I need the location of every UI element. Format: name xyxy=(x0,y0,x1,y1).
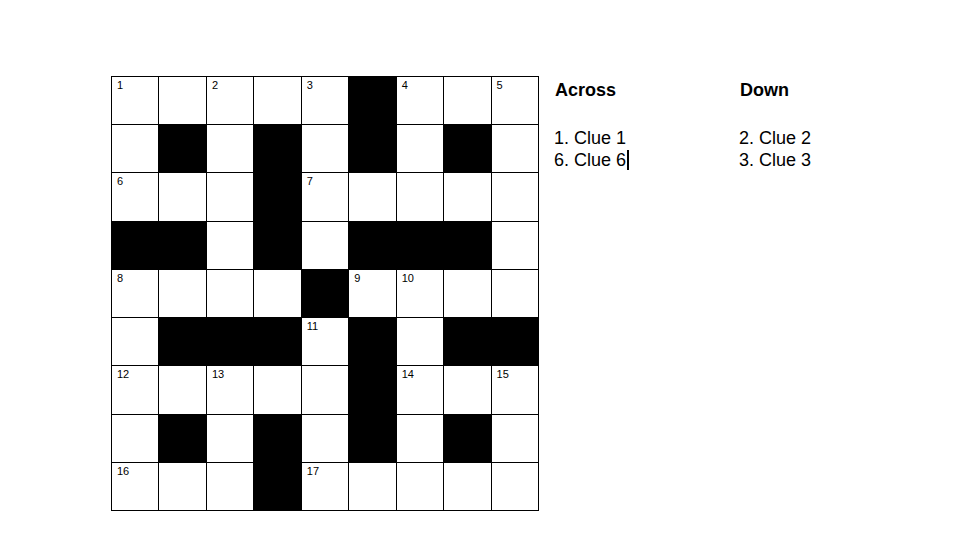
cell-r2c8[interactable] xyxy=(444,125,490,172)
cell-r5c7[interactable]: 10 xyxy=(397,270,443,317)
across-clue-1-text: 1. Clue 1 xyxy=(554,128,626,148)
cell-r9c6[interactable] xyxy=(349,463,395,510)
cell-r1c4[interactable] xyxy=(254,77,300,124)
cell-r5c9[interactable] xyxy=(492,270,538,317)
cell-r9c3[interactable] xyxy=(207,463,253,510)
cell-r3c4[interactable] xyxy=(254,173,300,220)
clue-number-16: 16 xyxy=(117,465,129,478)
down-clue-2-text: 2. Clue 2 xyxy=(739,128,811,148)
cell-r3c8[interactable] xyxy=(444,173,490,220)
cell-r8c6[interactable] xyxy=(349,415,395,462)
cell-r7c5[interactable] xyxy=(302,366,348,413)
cell-r3c2[interactable] xyxy=(159,173,205,220)
cell-r8c4[interactable] xyxy=(254,415,300,462)
across-clue-1[interactable]: 1. Clue 1 xyxy=(554,127,629,149)
cell-r8c7[interactable] xyxy=(397,415,443,462)
across-clue-list: 1. Clue 1 6. Clue 6 xyxy=(554,127,629,171)
cell-r8c8[interactable] xyxy=(444,415,490,462)
cell-r1c6[interactable] xyxy=(349,77,395,124)
cell-r1c1[interactable]: 1 xyxy=(112,77,158,124)
cell-r6c1[interactable] xyxy=(112,318,158,365)
cell-r4c8[interactable] xyxy=(444,222,490,269)
cell-r8c1[interactable] xyxy=(112,415,158,462)
cell-r6c7[interactable] xyxy=(397,318,443,365)
cell-r4c4[interactable] xyxy=(254,222,300,269)
clue-number-2: 2 xyxy=(212,79,218,92)
cell-r4c3[interactable] xyxy=(207,222,253,269)
cell-r9c8[interactable] xyxy=(444,463,490,510)
cell-r5c5[interactable] xyxy=(302,270,348,317)
cell-r4c7[interactable] xyxy=(397,222,443,269)
cell-r4c2[interactable] xyxy=(159,222,205,269)
text-cursor xyxy=(627,150,629,170)
across-clue-6[interactable]: 6. Clue 6 xyxy=(554,149,629,171)
cell-r3c7[interactable] xyxy=(397,173,443,220)
cell-r7c1[interactable]: 12 xyxy=(112,366,158,413)
cell-r6c6[interactable] xyxy=(349,318,395,365)
clue-number-1: 1 xyxy=(117,79,123,92)
cell-r1c5[interactable]: 3 xyxy=(302,77,348,124)
cell-r3c9[interactable] xyxy=(492,173,538,220)
clue-number-5: 5 xyxy=(497,79,503,92)
cell-r4c5[interactable] xyxy=(302,222,348,269)
across-header: Across xyxy=(555,80,616,101)
clue-number-4: 4 xyxy=(402,79,408,92)
across-clue-6-text: 6. Clue 6 xyxy=(554,150,626,170)
cell-r9c1[interactable]: 16 xyxy=(112,463,158,510)
cell-r4c6[interactable] xyxy=(349,222,395,269)
cell-r1c7[interactable]: 4 xyxy=(397,77,443,124)
cell-r9c2[interactable] xyxy=(159,463,205,510)
cell-r8c3[interactable] xyxy=(207,415,253,462)
cell-r1c3[interactable]: 2 xyxy=(207,77,253,124)
cell-r4c1[interactable] xyxy=(112,222,158,269)
clue-number-14: 14 xyxy=(402,368,414,381)
clue-number-7: 7 xyxy=(307,175,313,188)
clue-number-12: 12 xyxy=(117,368,129,381)
clue-number-15: 15 xyxy=(497,368,509,381)
cell-r7c9[interactable]: 15 xyxy=(492,366,538,413)
clue-number-3: 3 xyxy=(307,79,313,92)
cell-r5c8[interactable] xyxy=(444,270,490,317)
cell-r5c4[interactable] xyxy=(254,270,300,317)
cell-r3c1[interactable]: 6 xyxy=(112,173,158,220)
cell-r9c7[interactable] xyxy=(397,463,443,510)
cell-r6c8[interactable] xyxy=(444,318,490,365)
cell-r9c9[interactable] xyxy=(492,463,538,510)
cell-r5c3[interactable] xyxy=(207,270,253,317)
cell-r2c4[interactable] xyxy=(254,125,300,172)
clue-number-17: 17 xyxy=(307,465,319,478)
cell-r4c9[interactable] xyxy=(492,222,538,269)
cell-r8c5[interactable] xyxy=(302,415,348,462)
cell-r7c8[interactable] xyxy=(444,366,490,413)
clue-number-6: 6 xyxy=(117,175,123,188)
clue-number-8: 8 xyxy=(117,272,123,285)
cell-r6c5[interactable]: 11 xyxy=(302,318,348,365)
cell-r2c3[interactable] xyxy=(207,125,253,172)
clue-number-11: 11 xyxy=(307,320,318,333)
cell-r5c6[interactable]: 9 xyxy=(349,270,395,317)
slide-canvas: 1234567891011121314151617 Across Down 1.… xyxy=(0,0,972,547)
cell-r5c1[interactable]: 8 xyxy=(112,270,158,317)
cell-r5c2[interactable] xyxy=(159,270,205,317)
cell-r1c9[interactable]: 5 xyxy=(492,77,538,124)
cell-r6c2[interactable] xyxy=(159,318,205,365)
cell-r3c6[interactable] xyxy=(349,173,395,220)
cell-r7c7[interactable]: 14 xyxy=(397,366,443,413)
down-clue-3[interactable]: 3. Clue 3 xyxy=(739,149,811,171)
down-header: Down xyxy=(740,80,789,101)
cell-r9c4[interactable] xyxy=(254,463,300,510)
cell-r2c5[interactable] xyxy=(302,125,348,172)
cell-r7c2[interactable] xyxy=(159,366,205,413)
cell-r3c5[interactable]: 7 xyxy=(302,173,348,220)
cell-r1c8[interactable] xyxy=(444,77,490,124)
cell-r8c2[interactable] xyxy=(159,415,205,462)
crossword-grid[interactable]: 1234567891011121314151617 xyxy=(111,76,539,511)
down-clue-list: 2. Clue 2 3. Clue 3 xyxy=(739,127,811,171)
down-clue-3-text: 3. Clue 3 xyxy=(739,150,811,170)
cell-r6c4[interactable] xyxy=(254,318,300,365)
cell-r3c3[interactable] xyxy=(207,173,253,220)
cell-r6c3[interactable] xyxy=(207,318,253,365)
cell-r2c1[interactable] xyxy=(112,125,158,172)
cell-r7c3[interactable]: 13 xyxy=(207,366,253,413)
cell-r2c6[interactable] xyxy=(349,125,395,172)
cell-r2c2[interactable] xyxy=(159,125,205,172)
cell-r2c7[interactable] xyxy=(397,125,443,172)
down-clue-2[interactable]: 2. Clue 2 xyxy=(739,127,811,149)
cell-r2c9[interactable] xyxy=(492,125,538,172)
cell-r7c4[interactable] xyxy=(254,366,300,413)
cell-r8c9[interactable] xyxy=(492,415,538,462)
clue-number-10: 10 xyxy=(402,272,414,285)
clue-number-13: 13 xyxy=(212,368,224,381)
cell-r6c9[interactable] xyxy=(492,318,538,365)
clue-number-9: 9 xyxy=(354,272,360,285)
cell-r7c6[interactable] xyxy=(349,366,395,413)
cell-r9c5[interactable]: 17 xyxy=(302,463,348,510)
cell-r1c2[interactable] xyxy=(159,77,205,124)
